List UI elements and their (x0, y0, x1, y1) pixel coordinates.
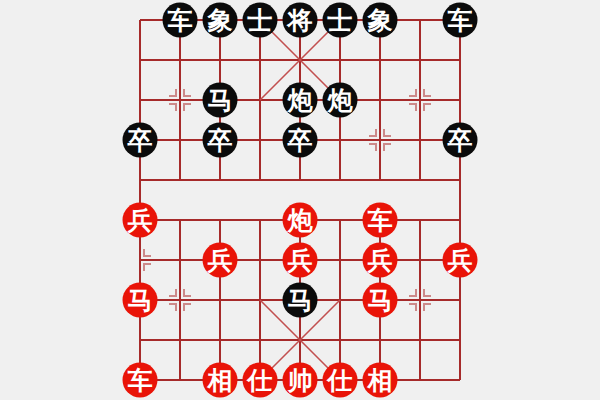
board-cell[interactable] (360, 40, 400, 80)
board-cell[interactable]: 兵 (200, 240, 240, 280)
board-cell[interactable]: 兵 (120, 200, 160, 240)
board-cell[interactable] (400, 240, 440, 280)
board-cell[interactable] (160, 160, 200, 200)
board-cell[interactable]: 兵 (360, 240, 400, 280)
xiangqi-board: 车象士将士象车马炮炮卒卒卒卒兵炮车兵兵兵兵马马马车相仕帅仕相 (120, 0, 480, 400)
board-cell[interactable] (160, 40, 200, 80)
board-cell[interactable] (240, 160, 280, 200)
board-cell[interactable] (240, 40, 280, 80)
board-cell[interactable] (160, 200, 200, 240)
board-cell[interactable] (400, 80, 440, 120)
board-cell[interactable] (360, 120, 400, 160)
board-cell[interactable] (400, 200, 440, 240)
piece-red-兵[interactable]: 兵 (363, 243, 398, 278)
piece-black-马[interactable]: 马 (203, 83, 238, 118)
piece-black-卒[interactable]: 卒 (203, 123, 238, 158)
piece-black-马[interactable]: 马 (283, 283, 318, 318)
board-cell[interactable]: 仕 (240, 360, 280, 400)
board-cell[interactable]: 士 (240, 0, 280, 40)
board-cell[interactable]: 马 (120, 280, 160, 320)
piece-red-相[interactable]: 相 (363, 363, 398, 398)
board-cell[interactable] (440, 160, 480, 200)
board-cell[interactable] (160, 120, 200, 160)
board-cell[interactable] (200, 320, 240, 360)
piece-red-马[interactable]: 马 (363, 283, 398, 318)
board-cell[interactable] (320, 240, 360, 280)
board-cell[interactable]: 相 (360, 360, 400, 400)
board-cell[interactable] (120, 240, 160, 280)
board-cell[interactable] (240, 200, 280, 240)
board-cell[interactable] (200, 160, 240, 200)
piece-red-兵[interactable]: 兵 (123, 203, 158, 238)
piece-red-仕[interactable]: 仕 (243, 363, 278, 398)
board-cell[interactable] (120, 320, 160, 360)
piece-black-士[interactable]: 士 (323, 3, 358, 38)
xiangqi-app: 车象士将士象车马炮炮卒卒卒卒兵炮车兵兵兵兵马马马车相仕帅仕相 (0, 0, 600, 400)
board-cell[interactable] (440, 80, 480, 120)
board-cell[interactable]: 马 (200, 80, 240, 120)
board-cell[interactable] (320, 120, 360, 160)
board-cell[interactable]: 相 (200, 360, 240, 400)
piece-red-兵[interactable]: 兵 (443, 243, 478, 278)
board-cell[interactable] (360, 80, 400, 120)
board-cell[interactable]: 象 (200, 0, 240, 40)
board-cell[interactable] (400, 320, 440, 360)
board-cell[interactable]: 兵 (440, 240, 480, 280)
piece-red-车[interactable]: 车 (363, 203, 398, 238)
board-cell[interactable] (120, 0, 160, 40)
board-cell[interactable]: 车 (120, 360, 160, 400)
board-cell[interactable] (320, 40, 360, 80)
board-cell[interactable]: 士 (320, 0, 360, 40)
piece-red-相[interactable]: 相 (203, 363, 238, 398)
piece-black-士[interactable]: 士 (243, 3, 278, 38)
board-cell[interactable]: 炮 (280, 200, 320, 240)
board-cell[interactable]: 马 (280, 280, 320, 320)
board-cell[interactable] (240, 240, 280, 280)
board-cell[interactable] (360, 320, 400, 360)
board-cell[interactable]: 卒 (200, 120, 240, 160)
board-cell[interactable]: 仕 (320, 360, 360, 400)
piece-red-马[interactable]: 马 (123, 283, 158, 318)
board-cell[interactable] (120, 40, 160, 80)
board-cell[interactable] (400, 280, 440, 320)
board-cell[interactable]: 炮 (280, 80, 320, 120)
piece-red-帅[interactable]: 帅 (283, 363, 318, 398)
board-cell[interactable] (200, 200, 240, 240)
board-cell[interactable]: 兵 (280, 240, 320, 280)
board-cell[interactable] (280, 320, 320, 360)
board-cell[interactable] (320, 200, 360, 240)
piece-black-卒[interactable]: 卒 (283, 123, 318, 158)
board-cell[interactable] (440, 280, 480, 320)
board-cell[interactable] (280, 160, 320, 200)
board-cell[interactable] (200, 280, 240, 320)
board-cell[interactable] (320, 320, 360, 360)
piece-red-兵[interactable]: 兵 (283, 243, 318, 278)
board-cell[interactable] (320, 280, 360, 320)
piece-black-车[interactable]: 车 (163, 3, 198, 38)
board-cell[interactable] (400, 120, 440, 160)
piece-black-象[interactable]: 象 (203, 3, 238, 38)
board-cell[interactable]: 车 (440, 0, 480, 40)
board-cell[interactable] (240, 80, 280, 120)
piece-red-仕[interactable]: 仕 (323, 363, 358, 398)
board-cell[interactable] (440, 40, 480, 80)
board-cell[interactable] (280, 40, 320, 80)
board-cell[interactable]: 炮 (320, 80, 360, 120)
board-cell[interactable] (440, 360, 480, 400)
board-cell[interactable]: 象 (360, 0, 400, 40)
board-cell[interactable]: 车 (360, 200, 400, 240)
board-cell[interactable]: 卒 (440, 120, 480, 160)
piece-black-卒[interactable]: 卒 (443, 123, 478, 158)
piece-red-车[interactable]: 车 (123, 363, 158, 398)
piece-black-炮[interactable]: 炮 (283, 83, 318, 118)
board-cell[interactable] (160, 280, 200, 320)
piece-red-炮[interactable]: 炮 (283, 203, 318, 238)
board-cell[interactable] (400, 160, 440, 200)
board-cell[interactable] (240, 120, 280, 160)
piece-black-象[interactable]: 象 (363, 3, 398, 38)
board-cell[interactable] (240, 280, 280, 320)
board-cell[interactable] (160, 240, 200, 280)
board-cell[interactable]: 马 (360, 280, 400, 320)
piece-black-将[interactable]: 将 (283, 3, 318, 38)
board-cell[interactable] (400, 40, 440, 80)
board-cell[interactable] (440, 320, 480, 360)
board-cell[interactable]: 将 (280, 0, 320, 40)
piece-black-车[interactable]: 车 (443, 3, 478, 38)
board-cell[interactable] (240, 320, 280, 360)
board-cell[interactable] (160, 360, 200, 400)
board-cell[interactable] (160, 320, 200, 360)
piece-red-兵[interactable]: 兵 (203, 243, 238, 278)
board-cell[interactable] (160, 80, 200, 120)
board-cell[interactable]: 卒 (280, 120, 320, 160)
board-cell[interactable] (440, 200, 480, 240)
piece-black-炮[interactable]: 炮 (323, 83, 358, 118)
board-cell[interactable]: 车 (160, 0, 200, 40)
board-cell[interactable]: 帅 (280, 360, 320, 400)
board-cell[interactable] (360, 160, 400, 200)
board-cell[interactable] (320, 160, 360, 200)
board-cell[interactable] (400, 0, 440, 40)
board-cell[interactable]: 卒 (120, 120, 160, 160)
board-cell[interactable] (120, 80, 160, 120)
board-cell[interactable] (120, 160, 160, 200)
board-cell[interactable] (200, 40, 240, 80)
piece-black-卒[interactable]: 卒 (123, 123, 158, 158)
board-cell[interactable] (400, 360, 440, 400)
